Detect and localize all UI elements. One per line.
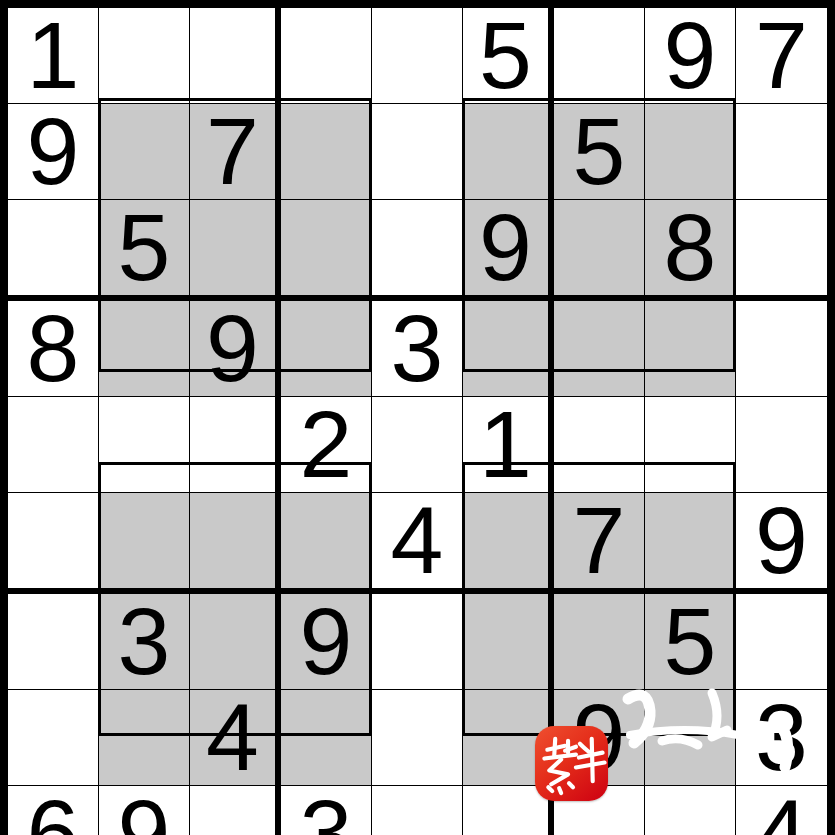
cell-r6c2[interactable] [99, 493, 190, 594]
cell-r8c2[interactable] [99, 690, 190, 786]
cell-r9c9: 4 [736, 786, 827, 835]
cell-r9c8[interactable] [645, 786, 736, 835]
cell-r9c5[interactable] [372, 786, 463, 835]
cell-r3c1[interactable] [8, 200, 99, 301]
cell-r9c4: 3 [281, 786, 372, 835]
cell-r8c1[interactable] [8, 690, 99, 786]
cell-r1c7[interactable] [554, 8, 645, 104]
cell-r2c7: 5 [554, 104, 645, 200]
cell-r7c8: 5 [645, 594, 736, 690]
cell-r3c2: 5 [99, 200, 190, 301]
cell-r2c9[interactable] [736, 104, 827, 200]
cell-r7c7[interactable] [554, 594, 645, 690]
cell-r6c1[interactable] [8, 493, 99, 594]
ziniu-calligraphy-glyphs [535, 726, 608, 801]
cell-r8c3: 4 [190, 690, 281, 786]
sudoku-board: 1597975598893214793954936934 [0, 0, 835, 835]
cell-r8c5[interactable] [372, 690, 463, 786]
cell-r2c6[interactable] [463, 104, 554, 200]
ziniu-logo-icon [535, 726, 608, 801]
cell-r4c4[interactable] [281, 301, 372, 397]
cell-r4c6[interactable] [463, 301, 554, 397]
cell-r5c5[interactable] [372, 397, 463, 493]
cell-r1c6: 5 [463, 8, 554, 104]
cell-r2c1: 9 [8, 104, 99, 200]
cell-r3c3[interactable] [190, 200, 281, 301]
cell-r3c4[interactable] [281, 200, 372, 301]
cell-r6c8[interactable] [645, 493, 736, 594]
cell-r2c2[interactable] [99, 104, 190, 200]
cell-r5c2[interactable] [99, 397, 190, 493]
cell-r4c2[interactable] [99, 301, 190, 397]
cell-r9c1: 6 [8, 786, 99, 835]
cell-r1c3[interactable] [190, 8, 281, 104]
cell-r5c4: 2 [281, 397, 372, 493]
cell-r6c9: 9 [736, 493, 827, 594]
cell-r4c8[interactable] [645, 301, 736, 397]
cell-r3c5[interactable] [372, 200, 463, 301]
cell-r5c6: 1 [463, 397, 554, 493]
sudoku-grid: 1597975598893214793954936934 [8, 8, 827, 827]
cell-r7c1[interactable] [8, 594, 99, 690]
cell-r7c5[interactable] [372, 594, 463, 690]
cell-r6c7: 7 [554, 493, 645, 594]
cell-r9c3[interactable] [190, 786, 281, 835]
cell-r2c5[interactable] [372, 104, 463, 200]
cell-r8c4[interactable] [281, 690, 372, 786]
cell-r2c8[interactable] [645, 104, 736, 200]
cell-r1c5[interactable] [372, 8, 463, 104]
cell-r3c8: 8 [645, 200, 736, 301]
cell-r6c4[interactable] [281, 493, 372, 594]
cell-r5c9[interactable] [736, 397, 827, 493]
cell-r3c9[interactable] [736, 200, 827, 301]
cell-r4c5: 3 [372, 301, 463, 397]
cell-r4c7[interactable] [554, 301, 645, 397]
cell-r7c9[interactable] [736, 594, 827, 690]
cell-r6c5: 4 [372, 493, 463, 594]
cell-r7c3[interactable] [190, 594, 281, 690]
cell-r7c2: 3 [99, 594, 190, 690]
cell-r1c1: 1 [8, 8, 99, 104]
cell-r8c8[interactable] [645, 690, 736, 786]
cell-r5c8[interactable] [645, 397, 736, 493]
cell-r4c1: 8 [8, 301, 99, 397]
cell-r6c6[interactable] [463, 493, 554, 594]
cell-r1c9: 7 [736, 8, 827, 104]
cell-r2c4[interactable] [281, 104, 372, 200]
cell-r9c2: 9 [99, 786, 190, 835]
cell-r5c7[interactable] [554, 397, 645, 493]
cell-r1c4[interactable] [281, 8, 372, 104]
cell-r5c3[interactable] [190, 397, 281, 493]
cell-r1c2[interactable] [99, 8, 190, 104]
cell-r3c7[interactable] [554, 200, 645, 301]
cell-r7c4: 9 [281, 594, 372, 690]
cell-r7c6[interactable] [463, 594, 554, 690]
cell-r8c9: 3 [736, 690, 827, 786]
cell-r4c9[interactable] [736, 301, 827, 397]
cell-r1c8: 9 [645, 8, 736, 104]
cell-r2c3: 7 [190, 104, 281, 200]
cell-r6c3[interactable] [190, 493, 281, 594]
cell-r4c3: 9 [190, 301, 281, 397]
cell-r5c1[interactable] [8, 397, 99, 493]
cell-r3c6: 9 [463, 200, 554, 301]
